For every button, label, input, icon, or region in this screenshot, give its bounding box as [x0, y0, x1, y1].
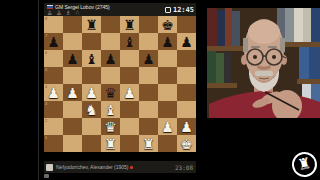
square-b7[interactable] [63, 33, 82, 50]
square-e8[interactable]: ♜ [120, 16, 139, 33]
square-h3[interactable] [177, 101, 196, 118]
square-g7[interactable]: ♟ [158, 33, 177, 50]
rank-label: 6 [45, 50, 47, 55]
black-piece-b-c6[interactable]: ♝ [85, 52, 98, 66]
rank-label: 1 [45, 135, 47, 140]
square-g4[interactable] [158, 84, 177, 101]
square-d1[interactable]: ♜ [101, 135, 120, 152]
controls-icon[interactable] [44, 174, 49, 178]
square-b3[interactable] [63, 101, 82, 118]
presenter-illustration [207, 8, 320, 118]
title-badge-icon [130, 166, 133, 169]
black-piece-r-e8[interactable]: ♜ [123, 18, 136, 32]
square-h2[interactable]: ♟ [177, 118, 196, 135]
square-d2[interactable]: ♛ [101, 118, 120, 135]
square-f7[interactable] [139, 33, 158, 50]
square-h6[interactable] [177, 50, 196, 67]
rank-label: 5 [45, 67, 47, 72]
square-f5[interactable] [139, 67, 158, 84]
white-piece-k-h1[interactable]: ♚ [180, 137, 193, 151]
white-piece-q-d2[interactable]: ♛ [104, 120, 117, 134]
video-frame: GM Sergei Lobov (2745) ♙ ♙ ♗ ♘ 12:45 8♜♜… [0, 0, 320, 180]
square-c1[interactable] [82, 135, 101, 152]
square-h8[interactable] [177, 16, 196, 33]
square-b8[interactable] [63, 16, 82, 33]
black-piece-b-e7[interactable]: ♝ [123, 35, 136, 49]
square-c3[interactable]: ♞ [82, 101, 101, 118]
black-piece-r-c8[interactable]: ♜ [85, 18, 98, 32]
bottom-clock: 23:08 [175, 164, 193, 171]
square-a7[interactable]: 7♟ [44, 33, 63, 50]
white-piece-p-b4[interactable]: ♟ [66, 86, 79, 100]
white-piece-n-c3[interactable]: ♞ [85, 103, 98, 117]
clock-icon [165, 7, 171, 13]
top-player-bar: GM Sergei Lobov (2745) ♙ ♙ ♗ ♘ 12:45 [44, 3, 196, 16]
black-piece-p-f6[interactable]: ♟ [142, 52, 155, 66]
black-piece-p-b6[interactable]: ♟ [66, 52, 79, 66]
square-g1[interactable] [158, 135, 177, 152]
square-e5[interactable] [120, 67, 139, 84]
square-c6[interactable]: ♝ [82, 50, 101, 67]
white-piece-p-a4[interactable]: ♟ [47, 86, 60, 100]
square-f1[interactable]: ♜ [139, 135, 158, 152]
square-c7[interactable] [82, 33, 101, 50]
square-d6[interactable]: ♟ [101, 50, 120, 67]
square-f3[interactable] [139, 101, 158, 118]
square-g5[interactable] [158, 67, 177, 84]
bottom-player-bar: Nefyodorichev, Alexander (1905) 23:08 [44, 161, 196, 173]
square-g6[interactable] [158, 50, 177, 67]
square-e4[interactable]: ♟ [120, 84, 139, 101]
avatar [46, 164, 53, 171]
square-e2[interactable] [120, 118, 139, 135]
square-b1[interactable] [63, 135, 82, 152]
square-a5[interactable]: 5 [44, 67, 63, 84]
square-f6[interactable]: ♟ [139, 50, 158, 67]
square-g2[interactable]: ♟ [158, 118, 177, 135]
bottom-player-name[interactable]: Nefyodorichev, Alexander (1905) [56, 164, 128, 170]
square-d8[interactable] [101, 16, 120, 33]
rank-label: 7 [45, 33, 47, 38]
square-h4[interactable] [177, 84, 196, 101]
black-piece-p-g7[interactable]: ♟ [161, 35, 174, 49]
black-piece-p-h7[interactable]: ♟ [180, 35, 193, 49]
square-e1[interactable] [120, 135, 139, 152]
square-a4[interactable]: 4♟ [44, 84, 63, 101]
white-piece-p-c4[interactable]: ♟ [85, 86, 98, 100]
square-g8[interactable]: ♚ [158, 16, 177, 33]
channel-logo: ♜ [288, 148, 320, 180]
black-piece-p-d6[interactable]: ♟ [104, 52, 117, 66]
square-h1[interactable]: ♚ [177, 135, 196, 152]
square-a3[interactable]: 3 [44, 101, 63, 118]
white-piece-r-f1[interactable]: ♜ [142, 137, 155, 151]
square-c8[interactable]: ♜ [82, 16, 101, 33]
square-a2[interactable]: 2 [44, 118, 63, 135]
white-piece-p-g2[interactable]: ♟ [161, 120, 174, 134]
black-piece-q-d4[interactable]: ♛ [104, 86, 117, 100]
rank-label: 2 [45, 118, 47, 123]
top-clock: 12:45 [173, 6, 194, 14]
page-divider [38, 0, 39, 180]
square-d4[interactable]: ♛ [101, 84, 120, 101]
presenter-webcam [207, 8, 320, 118]
white-piece-r-d1[interactable]: ♜ [104, 137, 117, 151]
square-a8[interactable]: 8 [44, 16, 63, 33]
square-b5[interactable] [63, 67, 82, 84]
square-a6[interactable]: 6 [44, 50, 63, 67]
white-piece-p-e4[interactable]: ♟ [123, 86, 136, 100]
square-e6[interactable] [120, 50, 139, 67]
square-d5[interactable] [101, 67, 120, 84]
black-piece-p-a7[interactable]: ♟ [47, 35, 60, 49]
square-c5[interactable] [82, 67, 101, 84]
square-f4[interactable] [139, 84, 158, 101]
rank-label: 4 [45, 84, 47, 89]
square-b4[interactable]: ♟ [63, 84, 82, 101]
black-piece-k-g8[interactable]: ♚ [161, 18, 174, 32]
square-c2[interactable] [82, 118, 101, 135]
white-piece-p-h2[interactable]: ♟ [180, 120, 193, 134]
square-d3[interactable]: ♝ [101, 101, 120, 118]
chess-board[interactable]: 8♜♜♚7♟♝♟♟6♟♝♟♟54♟♟♟♛♟3♞♝2♛♟♟1♜♜♚ [44, 16, 196, 152]
white-piece-b-d3[interactable]: ♝ [104, 103, 117, 117]
rook-logo-icon: ♜ [296, 156, 312, 173]
rank-label: 3 [45, 101, 47, 106]
square-a1[interactable]: 1 [44, 135, 63, 152]
square-d7[interactable] [101, 33, 120, 50]
square-g3[interactable] [158, 101, 177, 118]
square-e7[interactable]: ♝ [120, 33, 139, 50]
square-b6[interactable]: ♟ [63, 50, 82, 67]
square-e3[interactable] [120, 101, 139, 118]
square-h7[interactable]: ♟ [177, 33, 196, 50]
square-f8[interactable] [139, 16, 158, 33]
square-h5[interactable] [177, 67, 196, 84]
square-c4[interactable]: ♟ [82, 84, 101, 101]
square-b2[interactable] [63, 118, 82, 135]
rank-label: 8 [45, 16, 47, 21]
square-f2[interactable] [139, 118, 158, 135]
